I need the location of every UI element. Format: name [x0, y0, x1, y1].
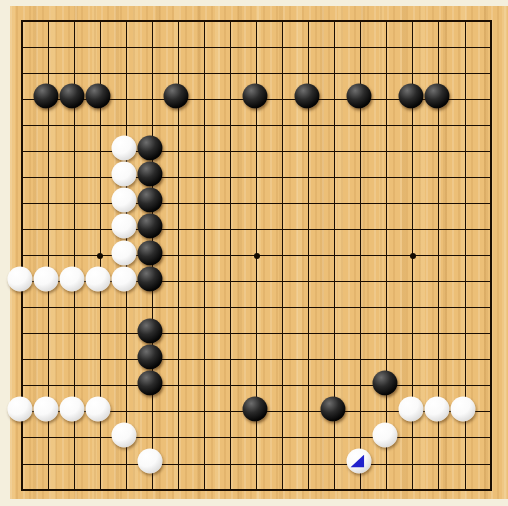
last-move-triangle-marker [350, 455, 364, 468]
black-stone [138, 162, 163, 187]
board-vertical-line [282, 20, 283, 491]
black-stone [294, 84, 319, 109]
white-stone [34, 396, 59, 421]
black-stone [138, 266, 163, 291]
star-point [254, 253, 260, 259]
board-horizontal-line [21, 464, 492, 465]
black-stone [372, 370, 397, 395]
black-stone [320, 396, 345, 421]
white-stone [451, 396, 476, 421]
white-stone [398, 396, 423, 421]
white-stone [138, 449, 163, 474]
black-stone [242, 84, 267, 109]
white-stone [86, 396, 111, 421]
board-horizontal-line [21, 307, 492, 308]
white-stone [8, 396, 33, 421]
board-horizontal-line [21, 385, 492, 386]
board-vertical-line [490, 20, 492, 491]
black-stone [138, 188, 163, 213]
black-stone [60, 84, 85, 109]
go-board-grid[interactable] [10, 6, 508, 499]
black-stone [138, 136, 163, 161]
board-horizontal-line [21, 359, 492, 360]
black-stone [346, 84, 371, 109]
white-stone [112, 162, 137, 187]
go-app-window [0, 0, 508, 506]
white-stone [372, 422, 397, 447]
board-horizontal-line [21, 437, 492, 438]
black-stone [34, 84, 59, 109]
go-board[interactable] [10, 6, 508, 499]
white-stone [112, 214, 137, 239]
black-stone [138, 370, 163, 395]
black-stone [86, 84, 111, 109]
black-stone [164, 84, 189, 109]
white-stone [112, 188, 137, 213]
board-horizontal-line [21, 333, 492, 334]
white-stone [112, 240, 137, 265]
white-stone [60, 266, 85, 291]
black-stone [138, 240, 163, 265]
black-stone [138, 344, 163, 369]
board-vertical-line [386, 20, 387, 491]
black-stone [424, 84, 449, 109]
white-stone [34, 266, 59, 291]
white-stone [112, 136, 137, 161]
board-horizontal-line [21, 489, 492, 491]
star-point [97, 253, 103, 259]
black-stone [138, 318, 163, 343]
white-stone [112, 422, 137, 447]
white-stone [86, 266, 111, 291]
white-stone-marked [346, 449, 371, 474]
white-stone [112, 266, 137, 291]
white-stone [424, 396, 449, 421]
black-stone [138, 214, 163, 239]
black-stone [398, 84, 423, 109]
white-stone [8, 266, 33, 291]
white-stone [60, 396, 85, 421]
black-stone [242, 396, 267, 421]
star-point [410, 253, 416, 259]
